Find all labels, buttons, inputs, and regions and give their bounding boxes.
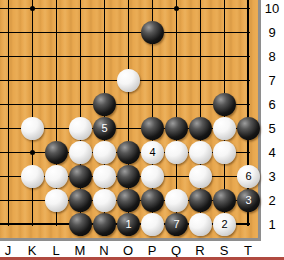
column-label-O: O: [123, 243, 133, 258]
row-label-4: 4: [268, 145, 275, 160]
stone-black-O2[interactable]: [117, 189, 140, 212]
star-point-K10: [30, 6, 35, 11]
column-label-R: R: [195, 243, 204, 258]
grid-line-horizontal: [0, 8, 250, 9]
move-number: 2: [221, 219, 227, 230]
move-number: 4: [149, 147, 155, 158]
stone-white-M4[interactable]: [69, 141, 92, 164]
stone-white-N3[interactable]: [93, 165, 116, 188]
column-label-K: K: [28, 243, 37, 258]
column-label-Q: Q: [171, 243, 181, 258]
column-label-N: N: [99, 243, 108, 258]
stone-black-M3[interactable]: [69, 165, 92, 188]
stone-white-P4[interactable]: 4: [141, 141, 164, 164]
star-point-K4: [30, 150, 35, 155]
row-label-2: 2: [268, 193, 275, 208]
row-label-10: 10: [265, 1, 279, 16]
grid-line-vertical: [8, 0, 9, 226]
stone-black-N1[interactable]: [93, 213, 116, 236]
stone-black-O1[interactable]: 1: [117, 213, 140, 236]
grid-line-horizontal: [0, 32, 250, 33]
stone-white-T3[interactable]: 6: [237, 165, 260, 188]
move-number: 3: [245, 195, 251, 206]
stone-black-M2[interactable]: [69, 189, 92, 212]
stone-white-R1[interactable]: [189, 213, 212, 236]
stone-white-S5[interactable]: [213, 117, 236, 140]
move-number: 5: [101, 123, 107, 134]
stone-white-Q2[interactable]: [165, 189, 188, 212]
stone-black-S6[interactable]: [213, 93, 236, 116]
stone-white-M5[interactable]: [69, 117, 92, 140]
stone-black-Q1[interactable]: 7: [165, 213, 188, 236]
grid-line-vertical: [32, 0, 33, 226]
stone-white-P1[interactable]: [141, 213, 164, 236]
stone-black-L4[interactable]: [45, 141, 68, 164]
row-label-3: 3: [268, 169, 275, 184]
stone-white-P3[interactable]: [141, 165, 164, 188]
row-label-8: 8: [268, 49, 275, 64]
stone-white-O7[interactable]: [117, 69, 140, 92]
stone-white-R4[interactable]: [189, 141, 212, 164]
row-label-9: 9: [268, 25, 275, 40]
stone-black-R5[interactable]: [189, 117, 212, 140]
stone-white-S4[interactable]: [213, 141, 236, 164]
stone-black-N5[interactable]: 5: [93, 117, 116, 140]
stone-black-N6[interactable]: [93, 93, 116, 116]
column-label-M: M: [75, 243, 86, 258]
stone-black-P9[interactable]: [141, 21, 164, 44]
board-edge-shadow: 5317462: [0, 0, 261, 241]
stone-black-P5[interactable]: [141, 117, 164, 140]
move-number: 7: [173, 219, 179, 230]
stone-black-R2[interactable]: [189, 189, 212, 212]
stone-black-T5[interactable]: [237, 117, 260, 140]
stone-white-K5[interactable]: [21, 117, 44, 140]
column-label-L: L: [52, 243, 59, 258]
stone-white-N2[interactable]: [93, 189, 116, 212]
stone-black-M1[interactable]: [69, 213, 92, 236]
stone-white-K3[interactable]: [21, 165, 44, 188]
stone-white-L2[interactable]: [45, 189, 68, 212]
row-label-5: 5: [268, 121, 275, 136]
move-number: 6: [245, 171, 251, 182]
stone-black-S2[interactable]: [213, 189, 236, 212]
move-number: 1: [125, 219, 131, 230]
go-board[interactable]: 5317462: [0, 0, 258, 238]
row-label-7: 7: [268, 73, 275, 88]
stone-black-P2[interactable]: [141, 189, 164, 212]
stone-black-O4[interactable]: [117, 141, 140, 164]
star-point-Q10: [174, 6, 179, 11]
stone-white-R3[interactable]: [189, 165, 212, 188]
stone-black-O3[interactable]: [117, 165, 140, 188]
row-label-6: 6: [268, 97, 275, 112]
stone-black-Q5[interactable]: [165, 117, 188, 140]
stone-black-T2[interactable]: 3: [237, 189, 260, 212]
stone-white-S1[interactable]: 2: [213, 213, 236, 236]
column-label-T: T: [244, 243, 252, 258]
column-label-J: J: [5, 243, 12, 258]
row-label-1: 1: [268, 217, 275, 232]
column-label-P: P: [148, 243, 157, 258]
grid-line-horizontal: [0, 56, 250, 57]
column-label-S: S: [220, 243, 229, 258]
go-client-board-view: 5317462 10987654321 JKLMNOPQRST: [0, 0, 284, 260]
stone-white-Q4[interactable]: [165, 141, 188, 164]
stone-white-N4[interactable]: [93, 141, 116, 164]
stone-white-L3[interactable]: [45, 165, 68, 188]
